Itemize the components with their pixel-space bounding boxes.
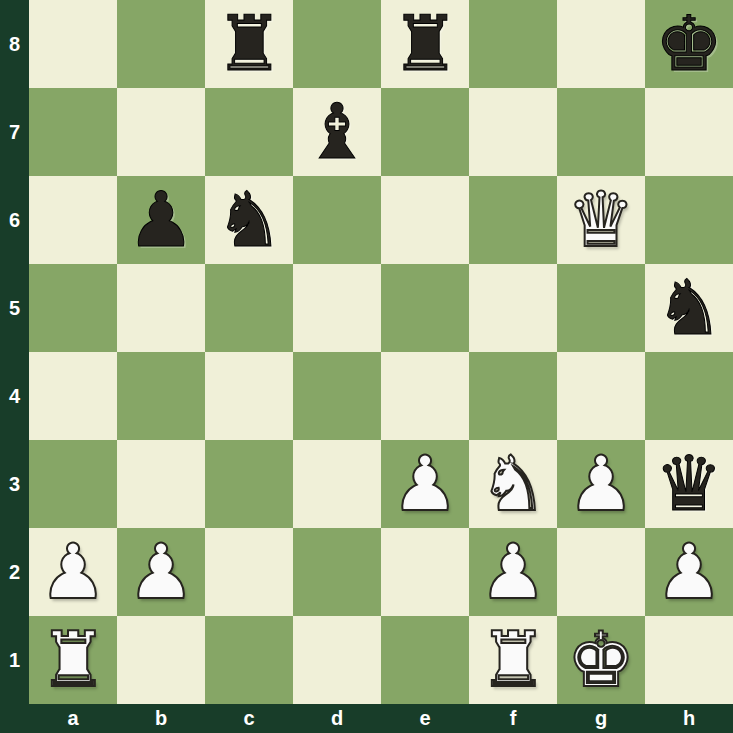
piece-black-queen[interactable]: ♛ <box>655 440 723 528</box>
square-d7[interactable]: ♝ <box>293 88 381 176</box>
rank-label-6: 6 <box>0 176 29 264</box>
piece-black-bishop[interactable]: ♝ <box>303 88 371 176</box>
square-d6[interactable] <box>293 176 381 264</box>
square-a7[interactable] <box>29 88 117 176</box>
piece-white-rook[interactable]: ♜ <box>479 616 547 704</box>
file-coordinates: abcdefgh <box>29 704 733 733</box>
square-b4[interactable] <box>117 352 205 440</box>
square-g1[interactable]: ♚ <box>557 616 645 704</box>
square-f6[interactable] <box>469 176 557 264</box>
square-f7[interactable] <box>469 88 557 176</box>
square-h8[interactable]: ♚ <box>645 0 733 88</box>
square-g5[interactable] <box>557 264 645 352</box>
square-a2[interactable]: ♟ <box>29 528 117 616</box>
rank-label-4: 4 <box>0 352 29 440</box>
square-g8[interactable] <box>557 0 645 88</box>
square-e2[interactable] <box>381 528 469 616</box>
piece-black-knight[interactable]: ♞ <box>655 264 723 352</box>
square-d1[interactable] <box>293 616 381 704</box>
square-f4[interactable] <box>469 352 557 440</box>
square-c7[interactable] <box>205 88 293 176</box>
square-b8[interactable] <box>117 0 205 88</box>
square-h1[interactable] <box>645 616 733 704</box>
square-d3[interactable] <box>293 440 381 528</box>
file-label-c: c <box>205 704 293 733</box>
square-a4[interactable] <box>29 352 117 440</box>
square-a5[interactable] <box>29 264 117 352</box>
file-label-f: f <box>469 704 557 733</box>
square-g4[interactable] <box>557 352 645 440</box>
piece-white-pawn[interactable]: ♟ <box>39 528 107 616</box>
square-b6[interactable]: ♟ <box>117 176 205 264</box>
square-e3[interactable]: ♟ <box>381 440 469 528</box>
square-g3[interactable]: ♟ <box>557 440 645 528</box>
square-e8[interactable]: ♜ <box>381 0 469 88</box>
square-h4[interactable] <box>645 352 733 440</box>
square-a3[interactable] <box>29 440 117 528</box>
square-b5[interactable] <box>117 264 205 352</box>
square-a8[interactable] <box>29 0 117 88</box>
square-d8[interactable] <box>293 0 381 88</box>
piece-black-rook[interactable]: ♜ <box>215 0 283 88</box>
piece-white-queen[interactable]: ♛ <box>567 176 635 264</box>
square-g2[interactable] <box>557 528 645 616</box>
square-a6[interactable] <box>29 176 117 264</box>
square-e1[interactable] <box>381 616 469 704</box>
square-h2[interactable]: ♟ <box>645 528 733 616</box>
square-f8[interactable] <box>469 0 557 88</box>
file-label-d: d <box>293 704 381 733</box>
rank-label-7: 7 <box>0 88 29 176</box>
square-b3[interactable] <box>117 440 205 528</box>
square-d2[interactable] <box>293 528 381 616</box>
piece-black-knight[interactable]: ♞ <box>215 176 283 264</box>
rank-label-5: 5 <box>0 264 29 352</box>
square-c2[interactable] <box>205 528 293 616</box>
rank-label-2: 2 <box>0 528 29 616</box>
square-f5[interactable] <box>469 264 557 352</box>
square-c6[interactable]: ♞ <box>205 176 293 264</box>
square-g7[interactable] <box>557 88 645 176</box>
rank-label-8: 8 <box>0 0 29 88</box>
square-h6[interactable] <box>645 176 733 264</box>
square-f3[interactable]: ♞ <box>469 440 557 528</box>
piece-white-rook[interactable]: ♜ <box>39 616 107 704</box>
rank-label-1: 1 <box>0 616 29 704</box>
square-h3[interactable]: ♛ <box>645 440 733 528</box>
square-c3[interactable] <box>205 440 293 528</box>
square-a1[interactable]: ♜ <box>29 616 117 704</box>
file-label-a: a <box>29 704 117 733</box>
chess-board-page: 87654321 ♜♜♚♝♟♞♛♞♟♞♟♛♟♟♟♟♜♜♚ abcdefgh <box>0 0 733 733</box>
piece-white-king[interactable]: ♚ <box>567 616 635 704</box>
square-d4[interactable] <box>293 352 381 440</box>
square-h5[interactable]: ♞ <box>645 264 733 352</box>
square-b1[interactable] <box>117 616 205 704</box>
piece-black-pawn[interactable]: ♟ <box>127 176 195 264</box>
square-c8[interactable]: ♜ <box>205 0 293 88</box>
piece-black-rook[interactable]: ♜ <box>391 0 459 88</box>
piece-white-knight[interactable]: ♞ <box>479 440 547 528</box>
piece-white-pawn[interactable]: ♟ <box>391 440 459 528</box>
square-f1[interactable]: ♜ <box>469 616 557 704</box>
square-h7[interactable] <box>645 88 733 176</box>
square-b2[interactable]: ♟ <box>117 528 205 616</box>
square-g6[interactable]: ♛ <box>557 176 645 264</box>
piece-black-king[interactable]: ♚ <box>655 0 723 88</box>
rank-coordinates: 87654321 <box>0 0 29 704</box>
square-b7[interactable] <box>117 88 205 176</box>
chess-board: ♜♜♚♝♟♞♛♞♟♞♟♛♟♟♟♟♜♜♚ <box>29 0 733 704</box>
piece-white-pawn[interactable]: ♟ <box>479 528 547 616</box>
square-e4[interactable] <box>381 352 469 440</box>
square-e5[interactable] <box>381 264 469 352</box>
square-c4[interactable] <box>205 352 293 440</box>
file-label-g: g <box>557 704 645 733</box>
square-e7[interactable] <box>381 88 469 176</box>
piece-white-pawn[interactable]: ♟ <box>567 440 635 528</box>
file-label-e: e <box>381 704 469 733</box>
file-label-b: b <box>117 704 205 733</box>
square-c1[interactable] <box>205 616 293 704</box>
square-f2[interactable]: ♟ <box>469 528 557 616</box>
square-e6[interactable] <box>381 176 469 264</box>
frame-corner <box>0 704 29 733</box>
square-d5[interactable] <box>293 264 381 352</box>
square-c5[interactable] <box>205 264 293 352</box>
piece-white-pawn[interactable]: ♟ <box>655 528 723 616</box>
rank-label-3: 3 <box>0 440 29 528</box>
piece-white-pawn[interactable]: ♟ <box>127 528 195 616</box>
file-label-h: h <box>645 704 733 733</box>
